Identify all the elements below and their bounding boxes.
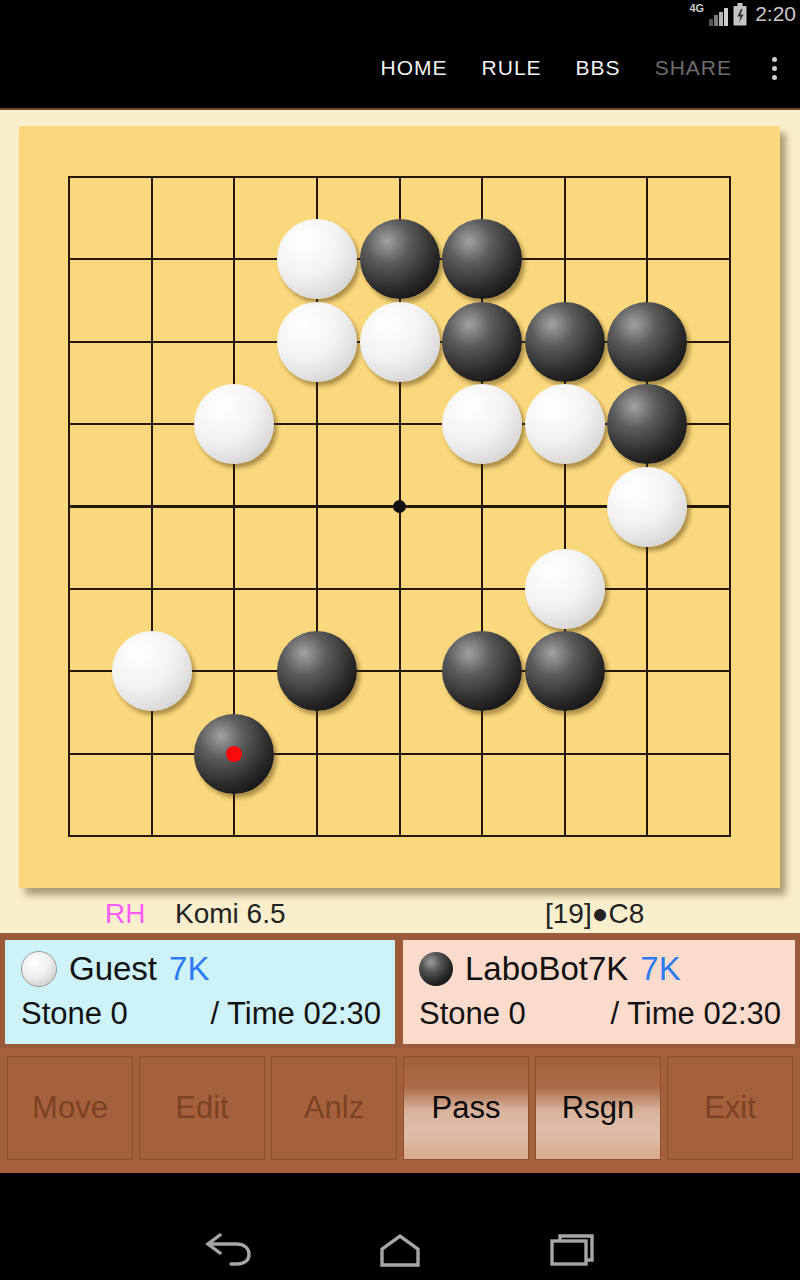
- game-status-line: RH Komi 6.5 [19]●C8: [0, 898, 800, 936]
- go-board-grid[interactable]: [68, 176, 731, 837]
- action-bar: HOMERULEBBSSHARE: [0, 28, 800, 108]
- player-rank: 7K: [169, 950, 209, 988]
- black-stone-icon: [419, 952, 453, 986]
- player-name: Guest: [69, 950, 157, 988]
- black-stone: [525, 302, 605, 382]
- rsgn-button[interactable]: Rsgn: [535, 1056, 661, 1160]
- anlz-button[interactable]: Anlz: [271, 1056, 397, 1160]
- white-stone-icon: [21, 951, 57, 987]
- signal-strength-icon: [709, 6, 728, 26]
- menu-item-share[interactable]: SHARE: [655, 56, 732, 79]
- black-stone: [360, 219, 440, 299]
- stone-count-label: Stone 0: [419, 996, 526, 1032]
- game-toolbar: MoveEditAnlzPassRsgnExit: [0, 1048, 800, 1173]
- white-stone: [277, 302, 357, 382]
- menu-item-home[interactable]: HOME: [381, 56, 448, 79]
- back-icon[interactable]: [204, 1233, 252, 1267]
- players-strip: Guest 7K Stone 0 / Time 02:30 LaboBot7K …: [0, 933, 800, 1048]
- menu-item-rule[interactable]: RULE: [482, 56, 542, 79]
- white-stone: [194, 384, 274, 464]
- black-stone: [442, 631, 522, 711]
- black-stone: [607, 302, 687, 382]
- white-stone: [112, 631, 192, 711]
- player-panel-white: Guest 7K Stone 0 / Time 02:30: [5, 940, 395, 1044]
- stone-count-label: Stone 0: [21, 996, 128, 1032]
- edit-button[interactable]: Edit: [139, 1056, 265, 1160]
- overflow-menu-icon[interactable]: [764, 46, 784, 90]
- black-stone: [442, 219, 522, 299]
- network-type-label: 4G: [689, 2, 704, 14]
- exit-button[interactable]: Exit: [667, 1056, 793, 1160]
- handicap-label: RH: [105, 898, 145, 930]
- recents-icon[interactable]: [548, 1233, 596, 1267]
- move-button[interactable]: Move: [7, 1056, 133, 1160]
- pass-button[interactable]: Pass: [403, 1056, 529, 1160]
- star-point: [393, 500, 406, 513]
- time-remaining-label: / Time 02:30: [610, 996, 781, 1032]
- last-move-marker: [226, 746, 242, 762]
- komi-label: Komi 6.5: [175, 898, 286, 930]
- last-move-label: [19]●C8: [545, 898, 644, 930]
- black-stone: [442, 302, 522, 382]
- clock-label: 2:20: [755, 2, 796, 26]
- white-stone: [277, 219, 357, 299]
- battery-charging-icon: [733, 3, 747, 26]
- home-icon[interactable]: [376, 1233, 424, 1267]
- black-stone: [607, 384, 687, 464]
- white-stone: [360, 302, 440, 382]
- player-panel-black: LaboBot7K 7K Stone 0 / Time 02:30: [403, 940, 795, 1044]
- white-stone: [442, 384, 522, 464]
- time-remaining-label: / Time 02:30: [210, 996, 381, 1032]
- black-stone: [194, 714, 274, 794]
- white-stone: [525, 549, 605, 629]
- black-stone: [525, 631, 605, 711]
- player-rank: 7K: [640, 950, 680, 988]
- go-board: [19, 126, 780, 888]
- player-name: LaboBot7K: [465, 950, 628, 988]
- status-bar: 4G 2:20: [0, 0, 800, 28]
- black-stone: [277, 631, 357, 711]
- white-stone: [607, 467, 687, 547]
- menu-item-bbs[interactable]: BBS: [576, 56, 621, 79]
- white-stone: [525, 384, 605, 464]
- main-area: RH Komi 6.5 [19]●C8: [0, 108, 800, 933]
- status-cluster: 4G 2:20: [689, 0, 796, 28]
